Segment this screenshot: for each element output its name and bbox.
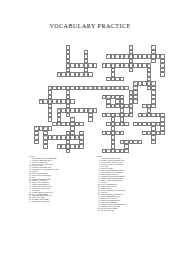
crossword-grid: 1234567891011121314151617181920212223242… (34, 45, 165, 153)
clue-number: 2 (130, 46, 131, 48)
grid-void (160, 149, 165, 154)
clue-number: 24 (143, 104, 145, 106)
clue-number: 3 (152, 46, 153, 48)
clue-number: 46 (58, 145, 60, 147)
clue-number: 34 (107, 122, 109, 124)
clue-number: 32 (71, 118, 73, 120)
clue-number: 20 (116, 95, 118, 97)
clue-number: 9 (112, 64, 113, 66)
clue-number: 41 (103, 131, 105, 133)
clue-number: 30 (139, 113, 141, 115)
clue-number: 21 (121, 95, 123, 97)
clue-number: 18 (103, 95, 105, 97)
down-clues: Down 1.a word that means the same2.to lo… (97, 155, 175, 217)
clue-number: 31 (161, 113, 163, 115)
clue-item-number: 45. (97, 210, 100, 212)
clue-number: 6 (161, 55, 162, 57)
clue-number: 17 (130, 91, 132, 93)
clue-number: 40 (80, 131, 82, 133)
clue-number: 12 (107, 77, 109, 79)
clue-number: 8 (103, 64, 104, 66)
clue-number: 26 (58, 109, 60, 111)
clue-number: 14 (152, 82, 154, 84)
clue-number: 25 (148, 104, 150, 106)
clue-number: 7 (67, 64, 68, 66)
clue-number: 5 (107, 55, 108, 57)
across-list: 5.words used to describe something7.to l… (28, 158, 92, 203)
clue-number: 16 (67, 86, 69, 88)
clue-item-number: 47. (28, 201, 31, 203)
clue-item-text: the opposite in meaning (32, 201, 92, 203)
clue-number: 13 (134, 82, 136, 84)
clue-number: 10 (148, 64, 150, 66)
across-clues-inner: Across 5.words used to describe somethin… (28, 155, 92, 203)
clue-number: 1 (67, 46, 68, 48)
clue-item: 45.to bring to an end (97, 210, 175, 212)
clue-number: 45 (125, 140, 127, 142)
clue-item: 47.the opposite in meaning (28, 201, 92, 203)
down-clues-inner: Down 1.a word that means the same2.to lo… (97, 155, 175, 212)
clue-number: 44 (121, 140, 123, 142)
clue-number: 38 (44, 127, 46, 129)
clue-number: 15 (49, 86, 51, 88)
clue-item-text: to bring to an end (101, 210, 175, 212)
clue-number: 43 (44, 136, 46, 138)
clue-number: 23 (107, 104, 109, 106)
clue-number: 47 (103, 149, 105, 151)
clue-number: 22 (40, 100, 42, 102)
clue-number: 33 (53, 122, 55, 124)
clue-number: 37 (35, 127, 37, 129)
page-title: VOCABULARY PRACTICE (0, 23, 180, 29)
clue-number: 36 (152, 122, 154, 124)
clue-number: 39 (67, 131, 69, 133)
down-list: 1.a word that means the same2.to look at… (97, 158, 175, 212)
clue-number: 4 (85, 50, 86, 52)
worksheet-page: VOCABULARY PRACTICE 12345678910111213141… (0, 0, 180, 256)
clue-number: 11 (58, 73, 60, 75)
across-clues: Across 5.words used to describe somethin… (28, 155, 92, 205)
clue-number: 29 (112, 113, 114, 115)
clue-number: 27 (89, 109, 91, 111)
clue-number: 28 (103, 113, 105, 115)
clue-number: 19 (107, 95, 109, 97)
clue-number: 42 (143, 131, 145, 133)
clue-number: 35 (134, 122, 136, 124)
